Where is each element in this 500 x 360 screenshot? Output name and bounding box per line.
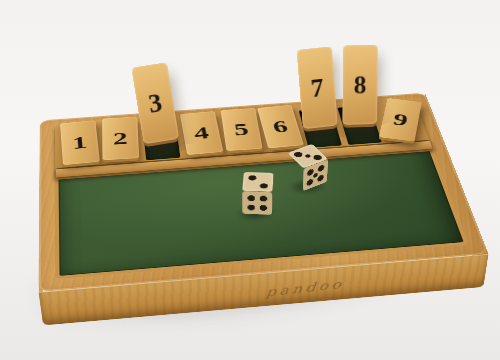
die-1-front-face-4 — [242, 191, 272, 215]
tile-3-number: 3 — [146, 87, 164, 119]
tile-7[interactable]: 7 — [297, 46, 338, 129]
tile-1-number: 1 — [71, 132, 87, 153]
tile-6-number: 6 — [271, 116, 291, 137]
die-1[interactable] — [242, 195, 273, 215]
tile-2[interactable]: 2 — [102, 117, 139, 161]
tile-7-number: 7 — [310, 73, 325, 104]
shut-the-box-board: 1 2 3 — [39, 93, 489, 292]
product-photo: 1 2 3 — [0, 0, 500, 360]
tile-9[interactable]: 9 — [379, 98, 422, 142]
tile-8[interactable]: 8 — [343, 44, 378, 124]
brand-engraving: pandoo — [265, 277, 345, 300]
tile-2-number: 2 — [113, 128, 128, 149]
tile-4-number: 4 — [192, 122, 210, 143]
die-1-top-face-2 — [242, 172, 273, 192]
tile-5[interactable]: 5 — [220, 108, 262, 151]
tile-1[interactable]: 1 — [60, 120, 100, 165]
tile-9-number: 9 — [392, 109, 410, 130]
scene: 1 2 3 — [0, 0, 500, 360]
tile-8-number: 8 — [354, 70, 367, 100]
tile-5-number: 5 — [232, 119, 250, 139]
